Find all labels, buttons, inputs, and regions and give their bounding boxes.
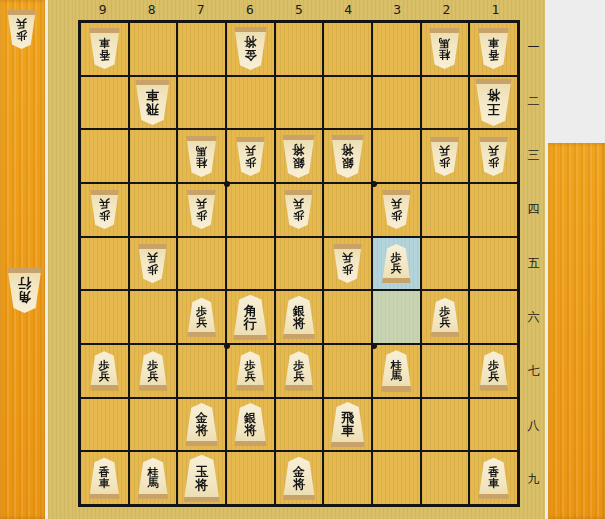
square-2-1[interactable]: 桂馬	[422, 23, 469, 75]
square-8-1[interactable]	[130, 23, 177, 75]
piece-gote-lance[interactable]: 香車	[477, 28, 510, 69]
square-9-4[interactable]: 歩兵	[81, 184, 128, 236]
square-4-7[interactable]	[324, 345, 371, 397]
shogi-board: 987654321 香車金将桂馬香車飛車王将桂馬歩兵銀将銀将歩兵歩兵歩兵歩兵歩兵…	[75, 0, 545, 519]
piece-kanji: 行	[244, 317, 257, 330]
piece-kanji: 将	[293, 144, 305, 156]
square-1-6[interactable]	[470, 291, 517, 343]
square-5-1[interactable]	[276, 23, 323, 75]
piece-sente-gold[interactable]: 金将	[184, 403, 219, 446]
square-5-4[interactable]: 歩兵	[276, 184, 323, 236]
piece-kanji: 兵	[342, 252, 353, 263]
square-5-6[interactable]: 銀将	[276, 291, 323, 343]
piece-kanji: 歩	[342, 263, 353, 274]
gote-captured-pieces-tray: 歩兵角行	[0, 0, 45, 519]
piece-gote-pawn[interactable]: 歩兵	[429, 137, 460, 176]
piece-gote-pawn[interactable]: 歩兵	[89, 190, 120, 229]
square-7-6[interactable]: 歩兵	[178, 291, 225, 343]
file-label-5: 5	[274, 0, 323, 20]
square-3-4[interactable]: 歩兵	[373, 184, 420, 236]
piece-kanji: 馬	[439, 38, 450, 49]
square-5-5[interactable]	[276, 238, 323, 290]
piece-gote-pawn[interactable]: 歩兵	[478, 137, 509, 176]
file-label-2: 2	[422, 0, 471, 20]
piece-kanji: 兵	[245, 145, 256, 156]
piece-kanji: 将	[487, 89, 500, 102]
square-1-5[interactable]	[470, 238, 517, 290]
square-2-7[interactable]	[422, 345, 469, 397]
square-4-6[interactable]	[324, 291, 371, 343]
piece-kanji: 歩	[245, 156, 256, 167]
piece-kanji: 将	[244, 37, 256, 49]
sente-captured-pieces-tray	[548, 143, 605, 519]
piece-gote-king[interactable]: 王将	[474, 79, 513, 126]
square-6-4[interactable]	[227, 184, 274, 236]
piece-kanji: 車	[488, 478, 499, 489]
square-3-1[interactable]	[373, 23, 420, 75]
square-7-9[interactable]: 玉将	[178, 452, 225, 504]
piece-gote-silver[interactable]: 銀将	[281, 135, 316, 178]
rank-label-5: 五	[522, 236, 545, 290]
piece-sente-bishop[interactable]: 角行	[232, 295, 269, 340]
square-3-2[interactable]	[373, 77, 420, 129]
rank-label-9: 九	[522, 453, 545, 507]
board-grid: 香車金将桂馬香車飛車王将桂馬歩兵銀将銀将歩兵歩兵歩兵歩兵歩兵歩兵歩兵歩兵歩兵歩兵…	[78, 20, 520, 507]
square-7-7[interactable]	[178, 345, 225, 397]
square-1-9[interactable]: 香車	[470, 452, 517, 504]
square-2-6[interactable]: 歩兵	[422, 291, 469, 343]
square-2-2[interactable]	[422, 77, 469, 129]
piece-kanji: 将	[293, 478, 305, 490]
piece-kanji: 金	[244, 49, 256, 61]
piece-kanji: 兵	[391, 199, 402, 210]
square-2-9[interactable]	[422, 452, 469, 504]
piece-kanji: 歩	[99, 210, 110, 221]
piece-gote-knight[interactable]: 桂馬	[185, 136, 218, 177]
rank-labels: 一二三四五六七八九	[522, 20, 545, 507]
square-4-2[interactable]	[324, 77, 371, 129]
piece-kanji: 歩	[16, 30, 27, 41]
rank-label-1: 一	[522, 20, 545, 74]
piece-kanji: 兵	[196, 317, 207, 328]
piece-kanji: 歩	[488, 156, 499, 167]
piece-kanji: 兵	[293, 199, 304, 210]
square-6-5[interactable]	[227, 238, 274, 290]
piece-kanji: 将	[244, 424, 256, 436]
piece-kanji: 飛	[341, 411, 354, 424]
piece-sente-gold[interactable]: 金将	[281, 457, 316, 500]
piece-sente-silver[interactable]: 銀将	[281, 296, 316, 339]
square-9-5[interactable]	[81, 238, 128, 290]
piece-kanji: 桂	[439, 49, 450, 60]
piece-gote-pawn[interactable]: 歩兵	[283, 190, 314, 229]
piece-kanji: 兵	[439, 317, 450, 328]
piece-kanji: 歩	[391, 210, 402, 221]
file-label-8: 8	[127, 0, 176, 20]
piece-sente-lance[interactable]: 香車	[88, 458, 121, 499]
square-7-1[interactable]	[178, 23, 225, 75]
square-5-8[interactable]	[276, 399, 323, 451]
square-2-8[interactable]	[422, 399, 469, 451]
square-8-3[interactable]	[130, 130, 177, 182]
piece-kanji: 兵	[293, 371, 304, 382]
square-6-9[interactable]	[227, 452, 274, 504]
piece-sente-silver[interactable]: 銀将	[233, 403, 268, 446]
piece-kanji: 馬	[196, 145, 207, 156]
rank-label-2: 二	[522, 74, 545, 128]
rank-label-3: 三	[522, 128, 545, 182]
piece-kanji: 兵	[488, 145, 499, 156]
piece-sente-rook[interactable]: 飛車	[329, 402, 366, 447]
piece-gote-pawn[interactable]: 歩兵	[186, 190, 217, 229]
square-4-5[interactable]: 歩兵	[324, 238, 371, 290]
piece-kanji: 玉	[195, 465, 208, 478]
square-5-9[interactable]: 金将	[276, 452, 323, 504]
piece-kanji: 兵	[488, 371, 499, 382]
piece-kanji: 馬	[147, 478, 158, 489]
square-5-2[interactable]	[276, 77, 323, 129]
square-1-7[interactable]: 歩兵	[470, 345, 517, 397]
square-5-3[interactable]: 銀将	[276, 130, 323, 182]
piece-kanji: 銀	[342, 156, 354, 168]
square-6-6[interactable]: 角行	[227, 291, 274, 343]
square-5-7[interactable]: 歩兵	[276, 345, 323, 397]
piece-kanji: 車	[341, 424, 354, 437]
hand-piece-gote-bishop[interactable]: 角行	[6, 268, 43, 313]
square-3-9[interactable]	[373, 452, 420, 504]
piece-kanji: 兵	[99, 371, 110, 382]
square-7-3[interactable]: 桂馬	[178, 130, 225, 182]
file-label-3: 3	[373, 0, 422, 20]
piece-kanji: 将	[293, 317, 305, 329]
square-8-5[interactable]: 歩兵	[130, 238, 177, 290]
square-7-4[interactable]: 歩兵	[178, 184, 225, 236]
rank-label-6: 六	[522, 291, 545, 345]
piece-kanji: 兵	[16, 18, 27, 29]
piece-kanji: 車	[99, 478, 110, 489]
piece-kanji: 歩	[439, 156, 450, 167]
square-6-2[interactable]	[227, 77, 274, 129]
piece-kanji: 歩	[196, 210, 207, 221]
piece-kanji: 将	[342, 144, 354, 156]
square-6-3[interactable]: 歩兵	[227, 130, 274, 182]
piece-sente-king[interactable]: 玉将	[182, 455, 221, 502]
piece-gote-silver[interactable]: 銀将	[330, 135, 365, 178]
square-8-2[interactable]: 飛車	[130, 77, 177, 129]
piece-kanji: 角	[18, 291, 31, 304]
piece-sente-pawn[interactable]: 歩兵	[186, 298, 217, 337]
board-left-frame	[48, 0, 75, 519]
square-1-8[interactable]	[470, 399, 517, 451]
square-7-5[interactable]	[178, 238, 225, 290]
square-6-8[interactable]: 銀将	[227, 399, 274, 451]
square-9-7[interactable]: 歩兵	[81, 345, 128, 397]
square-8-9[interactable]: 桂馬	[130, 452, 177, 504]
piece-kanji: 飛	[146, 102, 159, 115]
piece-kanji: 銀	[293, 156, 305, 168]
piece-sente-pawn[interactable]: 歩兵	[478, 351, 509, 390]
square-9-1[interactable]: 香車	[81, 23, 128, 75]
piece-kanji: 兵	[147, 252, 158, 263]
piece-sente-lance[interactable]: 香車	[477, 458, 510, 499]
square-2-3[interactable]: 歩兵	[422, 130, 469, 182]
square-9-2[interactable]	[81, 77, 128, 129]
square-3-6[interactable]	[373, 291, 420, 343]
square-8-8[interactable]	[130, 399, 177, 451]
square-9-6[interactable]	[81, 291, 128, 343]
piece-kanji: 行	[18, 277, 31, 290]
piece-gote-pawn[interactable]: 歩兵	[381, 190, 412, 229]
file-label-6: 6	[225, 0, 274, 20]
piece-gote-pawn[interactable]: 歩兵	[235, 137, 266, 176]
file-label-7: 7	[176, 0, 225, 20]
piece-kanji: 兵	[391, 263, 402, 274]
piece-sente-knight[interactable]: 桂馬	[136, 458, 169, 499]
square-2-4[interactable]	[422, 184, 469, 236]
square-4-9[interactable]	[324, 452, 371, 504]
square-3-7[interactable]: 桂馬	[373, 345, 420, 397]
square-3-8[interactable]	[373, 399, 420, 451]
piece-sente-pawn[interactable]: 歩兵	[381, 244, 412, 283]
piece-kanji: 兵	[196, 199, 207, 210]
square-8-6[interactable]	[130, 291, 177, 343]
piece-kanji: 車	[99, 38, 110, 49]
piece-kanji: 兵	[245, 371, 256, 382]
piece-gote-lance[interactable]: 香車	[88, 28, 121, 69]
file-label-9: 9	[78, 0, 127, 20]
square-1-2[interactable]: 王将	[470, 77, 517, 129]
square-8-4[interactable]	[130, 184, 177, 236]
piece-kanji: 歩	[293, 210, 304, 221]
file-label-1: 1	[471, 0, 520, 20]
piece-gote-knight[interactable]: 桂馬	[428, 28, 461, 69]
piece-gote-pawn[interactable]: 歩兵	[332, 244, 363, 283]
square-9-9[interactable]: 香車	[81, 452, 128, 504]
square-4-4[interactable]	[324, 184, 371, 236]
piece-kanji: 車	[488, 38, 499, 49]
piece-sente-pawn[interactable]: 歩兵	[137, 351, 168, 390]
file-label-4: 4	[324, 0, 373, 20]
piece-kanji: 兵	[439, 145, 450, 156]
piece-kanji: 将	[196, 424, 208, 436]
hand-piece-gote-pawn[interactable]: 歩兵	[6, 10, 37, 49]
piece-kanji: 香	[99, 49, 110, 60]
piece-kanji: 将	[195, 478, 208, 491]
square-9-3[interactable]	[81, 130, 128, 182]
piece-kanji: 馬	[391, 371, 402, 382]
rank-label-7: 七	[522, 345, 545, 399]
piece-sente-knight[interactable]: 桂馬	[380, 350, 413, 391]
square-4-1[interactable]	[324, 23, 371, 75]
square-3-5[interactable]: 歩兵	[373, 238, 420, 290]
piece-gote-rook[interactable]: 飛車	[134, 80, 171, 125]
square-7-8[interactable]: 金将	[178, 399, 225, 451]
piece-kanji: 桂	[196, 156, 207, 167]
square-8-7[interactable]: 歩兵	[130, 345, 177, 397]
square-4-3[interactable]: 銀将	[324, 130, 371, 182]
piece-kanji: 王	[487, 102, 500, 115]
piece-kanji: 歩	[147, 263, 158, 274]
piece-kanji: 兵	[99, 199, 110, 210]
file-labels: 987654321	[78, 0, 520, 20]
piece-kanji: 香	[488, 49, 499, 60]
piece-sente-pawn[interactable]: 歩兵	[429, 298, 460, 337]
rank-label-4: 四	[522, 182, 545, 236]
piece-gote-gold[interactable]: 金将	[233, 27, 268, 70]
square-1-3[interactable]: 歩兵	[470, 130, 517, 182]
piece-sente-pawn[interactable]: 歩兵	[89, 351, 120, 390]
piece-gote-pawn[interactable]: 歩兵	[137, 244, 168, 283]
square-3-3[interactable]	[373, 130, 420, 182]
square-6-1[interactable]: 金将	[227, 23, 274, 75]
piece-kanji: 兵	[147, 371, 158, 382]
piece-sente-pawn[interactable]: 歩兵	[235, 351, 266, 390]
square-4-8[interactable]: 飛車	[324, 399, 371, 451]
square-7-2[interactable]	[178, 77, 225, 129]
square-1-1[interactable]: 香車	[470, 23, 517, 75]
square-2-5[interactable]	[422, 238, 469, 290]
square-9-8[interactable]	[81, 399, 128, 451]
square-6-7[interactable]: 歩兵	[227, 345, 274, 397]
rank-label-8: 八	[522, 399, 545, 453]
piece-kanji: 角	[244, 304, 257, 317]
piece-kanji: 車	[146, 89, 159, 102]
piece-sente-pawn[interactable]: 歩兵	[283, 351, 314, 390]
square-1-4[interactable]	[470, 184, 517, 236]
